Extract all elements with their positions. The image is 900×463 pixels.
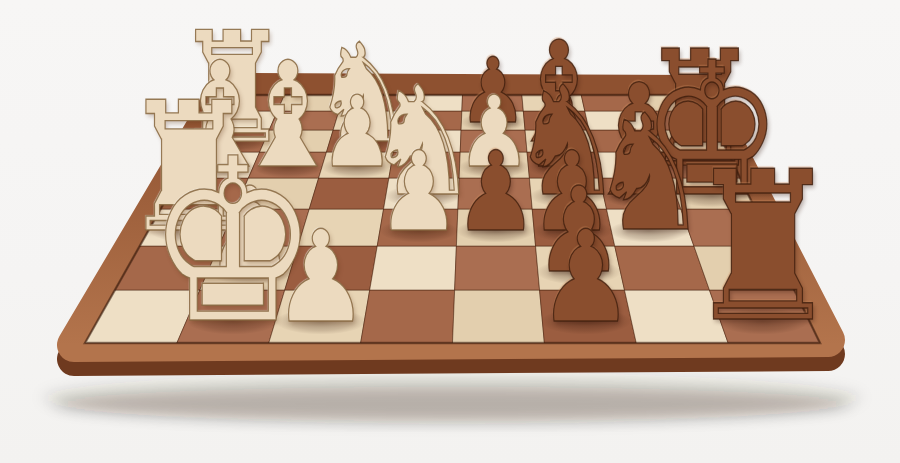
chess-scene: ♟♜♞♝♝♝♟♟♟♜♞♞♝♚♜♟♟♟♞♟♟♚♟♟♜ (0, 0, 900, 463)
square-h4[interactable] (361, 290, 455, 343)
white-pawn-h3[interactable]: ♟ (273, 214, 370, 341)
black-rook-h8[interactable]: ♜ (684, 145, 842, 352)
board-ground-shadow-outer (42, 372, 862, 424)
black-pawn-f5[interactable]: ♟ (454, 137, 538, 247)
square-h5[interactable] (453, 290, 545, 343)
white-pawn-f4[interactable]: ♟ (377, 137, 461, 247)
black-pawn-h6[interactable]: ♟ (538, 214, 635, 341)
